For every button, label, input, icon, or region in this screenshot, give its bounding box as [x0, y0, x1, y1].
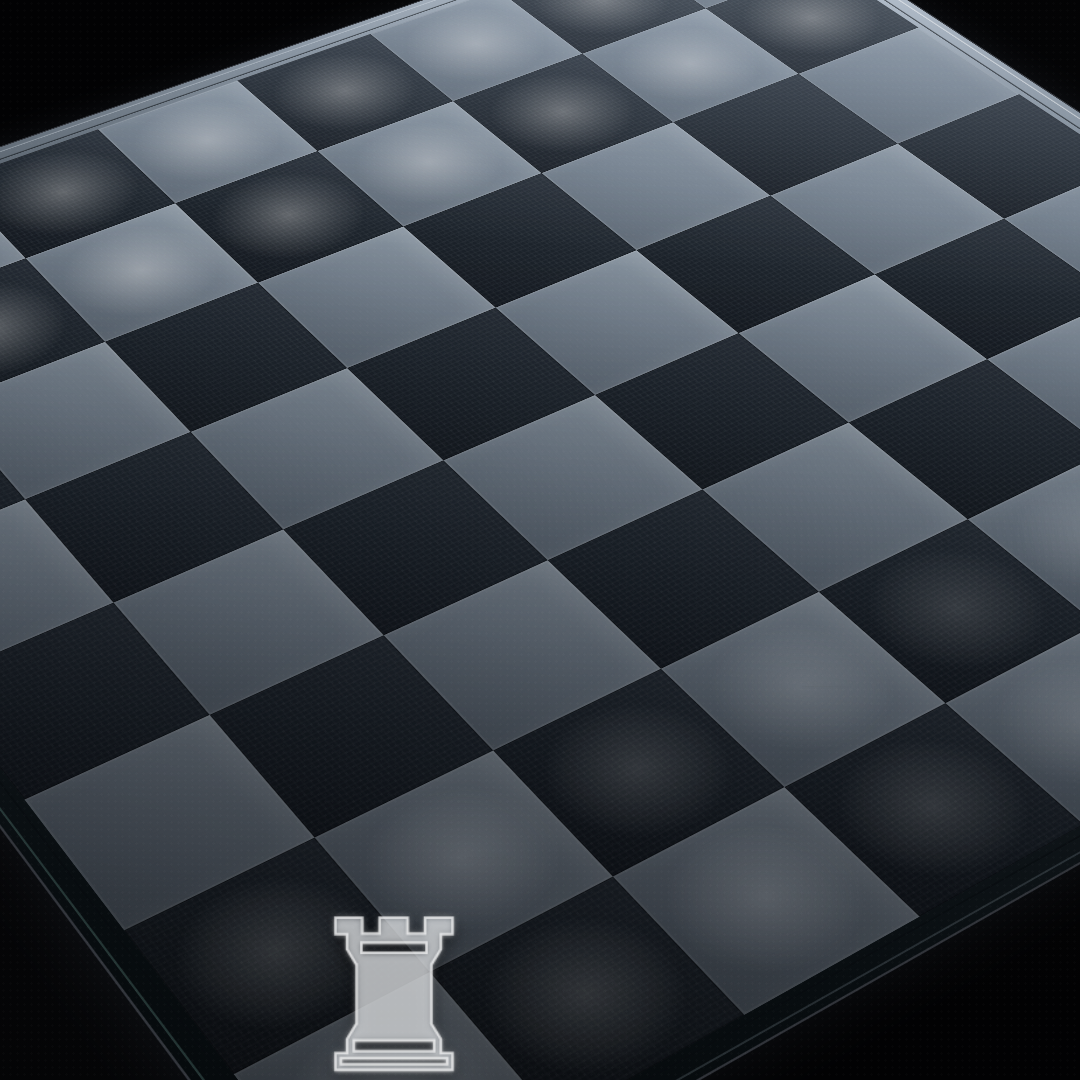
photo-scene: ♜♜♞♞♝♝♛♛♚♚♝♝♞♞♜♜♟♟♟♟♟♟♟♟♟♟♟♟♟♟♟♟♟♟♟♟♟♟♟♟…: [0, 0, 1080, 1080]
white-bishop-icon: ♝: [665, 677, 866, 902]
white-knight-icon: ♞: [490, 785, 681, 998]
square-h6[interactable]: [0, 404, 25, 571]
square-h4[interactable]: [0, 603, 210, 800]
square-f4[interactable]: [283, 460, 547, 635]
square-g5[interactable]: [25, 432, 283, 603]
square-e4[interactable]: [443, 395, 702, 560]
chess-board: ♜♜♞♞♝♝♛♛♚♚♝♝♞♞♜♜♟♟♟♟♟♟♟♟♟♟♟♟♟♟♟♟♟♟♟♟♟♟♟♟…: [0, 0, 1080, 1080]
square-g4[interactable]: [113, 529, 383, 714]
square-h5[interactable]: [0, 499, 113, 680]
white-rook-icon: ♜: [301, 894, 487, 1080]
